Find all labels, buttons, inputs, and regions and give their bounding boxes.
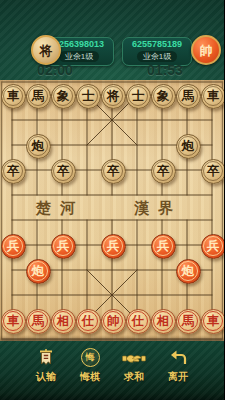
undo-piece-icon: 悔 <box>81 346 100 369</box>
piece-A-f5r9[interactable]: 仕 <box>126 309 151 334</box>
return-arrow-icon <box>168 346 188 369</box>
piece-b-f6r0[interactable]: 象 <box>151 84 176 109</box>
pieces-layer: 車馬象士将士象馬車炮炮卒卒卒卒卒兵兵兵兵兵炮炮車馬相仕帥仕相馬車 <box>0 80 224 341</box>
piece-b-f2r0[interactable]: 象 <box>51 84 76 109</box>
piece-C-f1r7[interactable]: 炮 <box>26 259 51 284</box>
piece-R-f0r9[interactable]: 車 <box>1 309 26 334</box>
piece-P-f4r6[interactable]: 兵 <box>101 234 126 259</box>
piece-p-f6r3[interactable]: 卒 <box>151 159 176 184</box>
piece-a-f3r0[interactable]: 士 <box>76 84 101 109</box>
black-avatar-piece-glyph: 将 <box>40 44 53 57</box>
undo-move-button[interactable]: 悔 悔棋 <box>68 346 112 388</box>
piece-n-f1r0[interactable]: 馬 <box>26 84 51 109</box>
resign-label: 认输 <box>36 371 56 383</box>
black-player-id: 6256398013 <box>54 39 104 50</box>
piece-r-f0r0[interactable]: 車 <box>1 84 26 109</box>
piece-p-f2r3[interactable]: 卒 <box>51 159 76 184</box>
red-player-rank: 业余1级 <box>137 51 177 62</box>
red-avatar-piece-glyph: 帥 <box>200 44 213 57</box>
black-player-avatar[interactable]: 将 <box>31 35 61 65</box>
resign-button[interactable]: 认输 <box>24 346 68 388</box>
piece-p-f0r3[interactable]: 卒 <box>1 159 26 184</box>
piece-R-f8r9[interactable]: 車 <box>201 309 225 334</box>
piece-C-f7r7[interactable]: 炮 <box>176 259 201 284</box>
piece-B-f2r9[interactable]: 相 <box>51 309 76 334</box>
piece-c-f7r2[interactable]: 炮 <box>176 134 201 159</box>
leave-button[interactable]: 离开 <box>156 346 200 388</box>
piece-P-f2r6[interactable]: 兵 <box>51 234 76 259</box>
red-player-avatar[interactable]: 帥 <box>191 35 221 65</box>
black-player-clock: 02:00 <box>25 62 85 78</box>
piece-p-f4r3[interactable]: 卒 <box>101 159 126 184</box>
red-player-clock: 01:53 <box>135 62 195 78</box>
xiangqi-board[interactable]: 楚河 漢界 車馬象士将士象馬車炮炮卒卒卒卒卒兵兵兵兵兵炮炮車馬相仕帥仕相馬車 <box>0 80 224 341</box>
piece-P-f0r6[interactable]: 兵 <box>1 234 26 259</box>
piece-c-f1r2[interactable]: 炮 <box>26 134 51 159</box>
game-screen: 6256398013 业余1级 将 02:00 6255785189 业余1级 … <box>0 0 224 400</box>
piece-P-f8r6[interactable]: 兵 <box>201 234 225 259</box>
leave-label: 离开 <box>168 371 188 383</box>
piece-A-f3r9[interactable]: 仕 <box>76 309 101 334</box>
red-player-id: 6255785189 <box>132 39 182 50</box>
piece-a-f5r0[interactable]: 士 <box>126 84 151 109</box>
offer-draw-button[interactable]: 求和 <box>112 346 156 388</box>
handshake-icon <box>122 346 146 369</box>
piece-r-f8r0[interactable]: 車 <box>201 84 225 109</box>
piece-N-f7r9[interactable]: 馬 <box>176 309 201 334</box>
piece-k-f4r0[interactable]: 将 <box>101 84 126 109</box>
undo-move-label: 悔棋 <box>80 371 100 383</box>
piece-n-f7r0[interactable]: 馬 <box>176 84 201 109</box>
offer-draw-label: 求和 <box>124 371 144 383</box>
piece-K-f4r9[interactable]: 帥 <box>101 309 126 334</box>
black-player-rank: 业余1级 <box>59 51 99 62</box>
piece-p-f8r3[interactable]: 卒 <box>201 159 225 184</box>
piece-B-f6r9[interactable]: 相 <box>151 309 176 334</box>
piece-N-f1r9[interactable]: 馬 <box>26 309 51 334</box>
surrender-flag-icon <box>36 346 56 369</box>
piece-P-f6r6[interactable]: 兵 <box>151 234 176 259</box>
